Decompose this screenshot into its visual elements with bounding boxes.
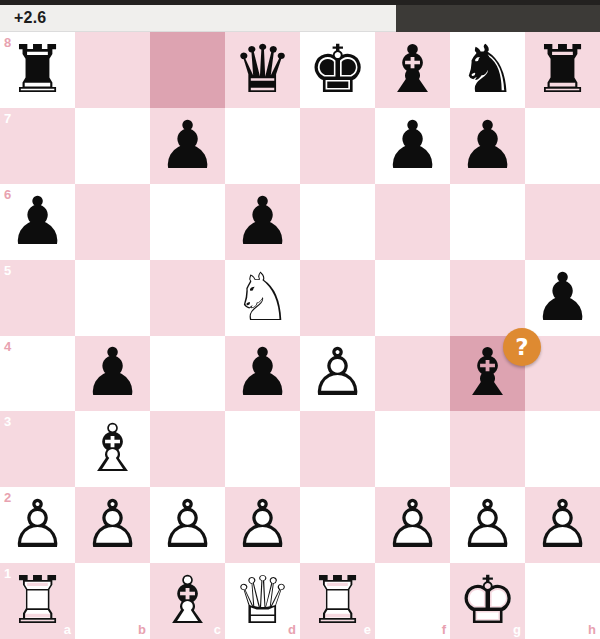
square-c8[interactable] [150, 32, 225, 108]
square-e6[interactable] [300, 184, 375, 260]
piece-white-bishop[interactable]: ♝♗ [150, 563, 225, 639]
square-g1[interactable]: g♚♔ [450, 563, 525, 639]
square-c4[interactable] [150, 336, 225, 412]
piece-black-rook[interactable]: ♜ [0, 32, 75, 108]
piece-outline-layer: ♙ [375, 487, 450, 563]
piece-outline-layer: ♖ [0, 563, 75, 639]
square-g6[interactable] [450, 184, 525, 260]
piece-solid-layer: ♟ [0, 184, 75, 260]
square-g8[interactable]: ♞ [450, 32, 525, 108]
square-d2[interactable]: ♟♙ [225, 487, 300, 563]
square-b1[interactable]: b [75, 563, 150, 639]
piece-white-pawn[interactable]: ♟♙ [450, 487, 525, 563]
piece-solid-layer: ♟ [225, 184, 300, 260]
piece-outline-layer: ♙ [450, 487, 525, 563]
piece-white-pawn[interactable]: ♟♙ [525, 487, 600, 563]
square-d8[interactable]: ♛ [225, 32, 300, 108]
piece-outline-layer: ♙ [225, 487, 300, 563]
piece-solid-layer: ♟ [525, 260, 600, 336]
piece-white-pawn[interactable]: ♟♙ [150, 487, 225, 563]
square-e2[interactable] [300, 487, 375, 563]
piece-solid-layer: ♛ [225, 32, 300, 108]
square-c1[interactable]: c♝♗ [150, 563, 225, 639]
square-c6[interactable] [150, 184, 225, 260]
piece-outline-layer: ♗ [75, 411, 150, 487]
piece-outline-layer: ♙ [0, 487, 75, 563]
square-a1[interactable]: 1a♜♖ [0, 563, 75, 639]
eval-dark-section [396, 5, 600, 32]
eval-white-section: +2.6 [0, 5, 396, 32]
piece-white-king[interactable]: ♚♔ [450, 563, 525, 639]
piece-outline-layer: ♕ [225, 563, 300, 639]
piece-black-king[interactable]: ♚ [300, 32, 375, 108]
square-h3[interactable] [525, 411, 600, 487]
square-d7[interactable] [225, 108, 300, 184]
piece-outline-layer: ♙ [150, 487, 225, 563]
square-h2[interactable]: ♟♙ [525, 487, 600, 563]
square-h1[interactable]: h [525, 563, 600, 639]
piece-black-rook[interactable]: ♜ [525, 32, 600, 108]
square-a5[interactable]: 5 [0, 260, 75, 336]
eval-score: +2.6 [0, 9, 46, 27]
square-a4[interactable]: 4 [0, 336, 75, 412]
eval-bar: +2.6 [0, 5, 600, 32]
square-d5[interactable]: ♞♘ [225, 260, 300, 336]
piece-white-pawn[interactable]: ♟♙ [300, 336, 375, 412]
square-h7[interactable] [525, 108, 600, 184]
square-g7[interactable]: ♟ [450, 108, 525, 184]
square-a6[interactable]: 6♟ [0, 184, 75, 260]
piece-white-pawn[interactable]: ♟♙ [375, 487, 450, 563]
file-label-b: b [138, 622, 146, 637]
square-g3[interactable] [450, 411, 525, 487]
rank-label-4: 4 [4, 339, 11, 354]
piece-solid-layer: ♜ [525, 32, 600, 108]
piece-white-bishop[interactable]: ♝♗ [75, 411, 150, 487]
square-h6[interactable] [525, 184, 600, 260]
piece-solid-layer: ♟ [225, 336, 300, 412]
square-c2[interactable]: ♟♙ [150, 487, 225, 563]
piece-white-pawn[interactable]: ♟♙ [225, 487, 300, 563]
piece-black-bishop[interactable]: ♝ [375, 32, 450, 108]
piece-solid-layer: ♟ [375, 108, 450, 184]
piece-black-pawn[interactable]: ♟ [0, 184, 75, 260]
piece-outline-layer: ♙ [300, 336, 375, 412]
piece-outline-layer: ♔ [450, 563, 525, 639]
piece-white-knight[interactable]: ♞♘ [225, 260, 300, 336]
square-d3[interactable] [225, 411, 300, 487]
piece-white-queen[interactable]: ♛♕ [225, 563, 300, 639]
square-h8[interactable]: ♜ [525, 32, 600, 108]
square-b2[interactable]: ♟♙ [75, 487, 150, 563]
piece-white-rook[interactable]: ♜♖ [0, 563, 75, 639]
piece-white-pawn[interactable]: ♟♙ [0, 487, 75, 563]
square-b7[interactable] [75, 108, 150, 184]
mistake-badge-icon: ? [503, 328, 541, 366]
piece-solid-layer: ♟ [75, 336, 150, 412]
square-g2[interactable]: ♟♙ [450, 487, 525, 563]
square-h5[interactable]: ♟ [525, 260, 600, 336]
square-f8[interactable]: ♝ [375, 32, 450, 108]
chess-board: ? 8♜♛♚♝♞♜7♟♟♟6♟♟5♞♘♟4♟♟♟♙♝3♝♗2♟♙♟♙♟♙♟♙♟♙… [0, 32, 600, 639]
file-label-f: f [442, 622, 446, 637]
file-label-h: h [588, 622, 596, 637]
square-f7[interactable]: ♟ [375, 108, 450, 184]
square-a3[interactable]: 3 [0, 411, 75, 487]
piece-black-pawn[interactable]: ♟ [225, 336, 300, 412]
piece-solid-layer: ♟ [450, 108, 525, 184]
piece-solid-layer: ♜ [0, 32, 75, 108]
square-c7[interactable]: ♟ [150, 108, 225, 184]
square-d4[interactable]: ♟ [225, 336, 300, 412]
square-b4[interactable]: ♟ [75, 336, 150, 412]
piece-outline-layer: ♖ [300, 563, 375, 639]
piece-white-rook[interactable]: ♜♖ [300, 563, 375, 639]
piece-solid-layer: ♚ [300, 32, 375, 108]
piece-black-queen[interactable]: ♛ [225, 32, 300, 108]
piece-black-pawn[interactable]: ♟ [150, 108, 225, 184]
square-f2[interactable]: ♟♙ [375, 487, 450, 563]
square-g5[interactable] [450, 260, 525, 336]
square-b3[interactable]: ♝♗ [75, 411, 150, 487]
piece-black-pawn[interactable]: ♟ [525, 260, 600, 336]
square-f4[interactable] [375, 336, 450, 412]
square-d6[interactable]: ♟ [225, 184, 300, 260]
piece-black-knight[interactable]: ♞ [450, 32, 525, 108]
rank-label-3: 3 [4, 414, 11, 429]
rank-label-7: 7 [4, 111, 11, 126]
piece-outline-layer: ♗ [150, 563, 225, 639]
square-e7[interactable] [300, 108, 375, 184]
square-c5[interactable] [150, 260, 225, 336]
piece-outline-layer: ♘ [225, 260, 300, 336]
square-e3[interactable] [300, 411, 375, 487]
piece-outline-layer: ♙ [525, 487, 600, 563]
square-f3[interactable] [375, 411, 450, 487]
square-a8[interactable]: 8♜ [0, 32, 75, 108]
square-b5[interactable] [75, 260, 150, 336]
piece-solid-layer: ♞ [450, 32, 525, 108]
piece-outline-layer: ♙ [75, 487, 150, 563]
square-e4[interactable]: ♟♙ [300, 336, 375, 412]
piece-black-pawn[interactable]: ♟ [75, 336, 150, 412]
square-c3[interactable] [150, 411, 225, 487]
square-e5[interactable] [300, 260, 375, 336]
square-b8[interactable] [75, 32, 150, 108]
square-a7[interactable]: 7 [0, 108, 75, 184]
square-f6[interactable] [375, 184, 450, 260]
rank-label-5: 5 [4, 263, 11, 278]
square-a2[interactable]: 2♟♙ [0, 487, 75, 563]
piece-solid-layer: ♝ [375, 32, 450, 108]
square-f5[interactable] [375, 260, 450, 336]
piece-black-pawn[interactable]: ♟ [375, 108, 450, 184]
square-b6[interactable] [75, 184, 150, 260]
square-e1[interactable]: e♜♖ [300, 563, 375, 639]
piece-white-pawn[interactable]: ♟♙ [75, 487, 150, 563]
square-f1[interactable]: f [375, 563, 450, 639]
square-d1[interactable]: d♛♕ [225, 563, 300, 639]
piece-solid-layer: ♟ [150, 108, 225, 184]
square-e8[interactable]: ♚ [300, 32, 375, 108]
piece-black-pawn[interactable]: ♟ [450, 108, 525, 184]
piece-black-pawn[interactable]: ♟ [225, 184, 300, 260]
